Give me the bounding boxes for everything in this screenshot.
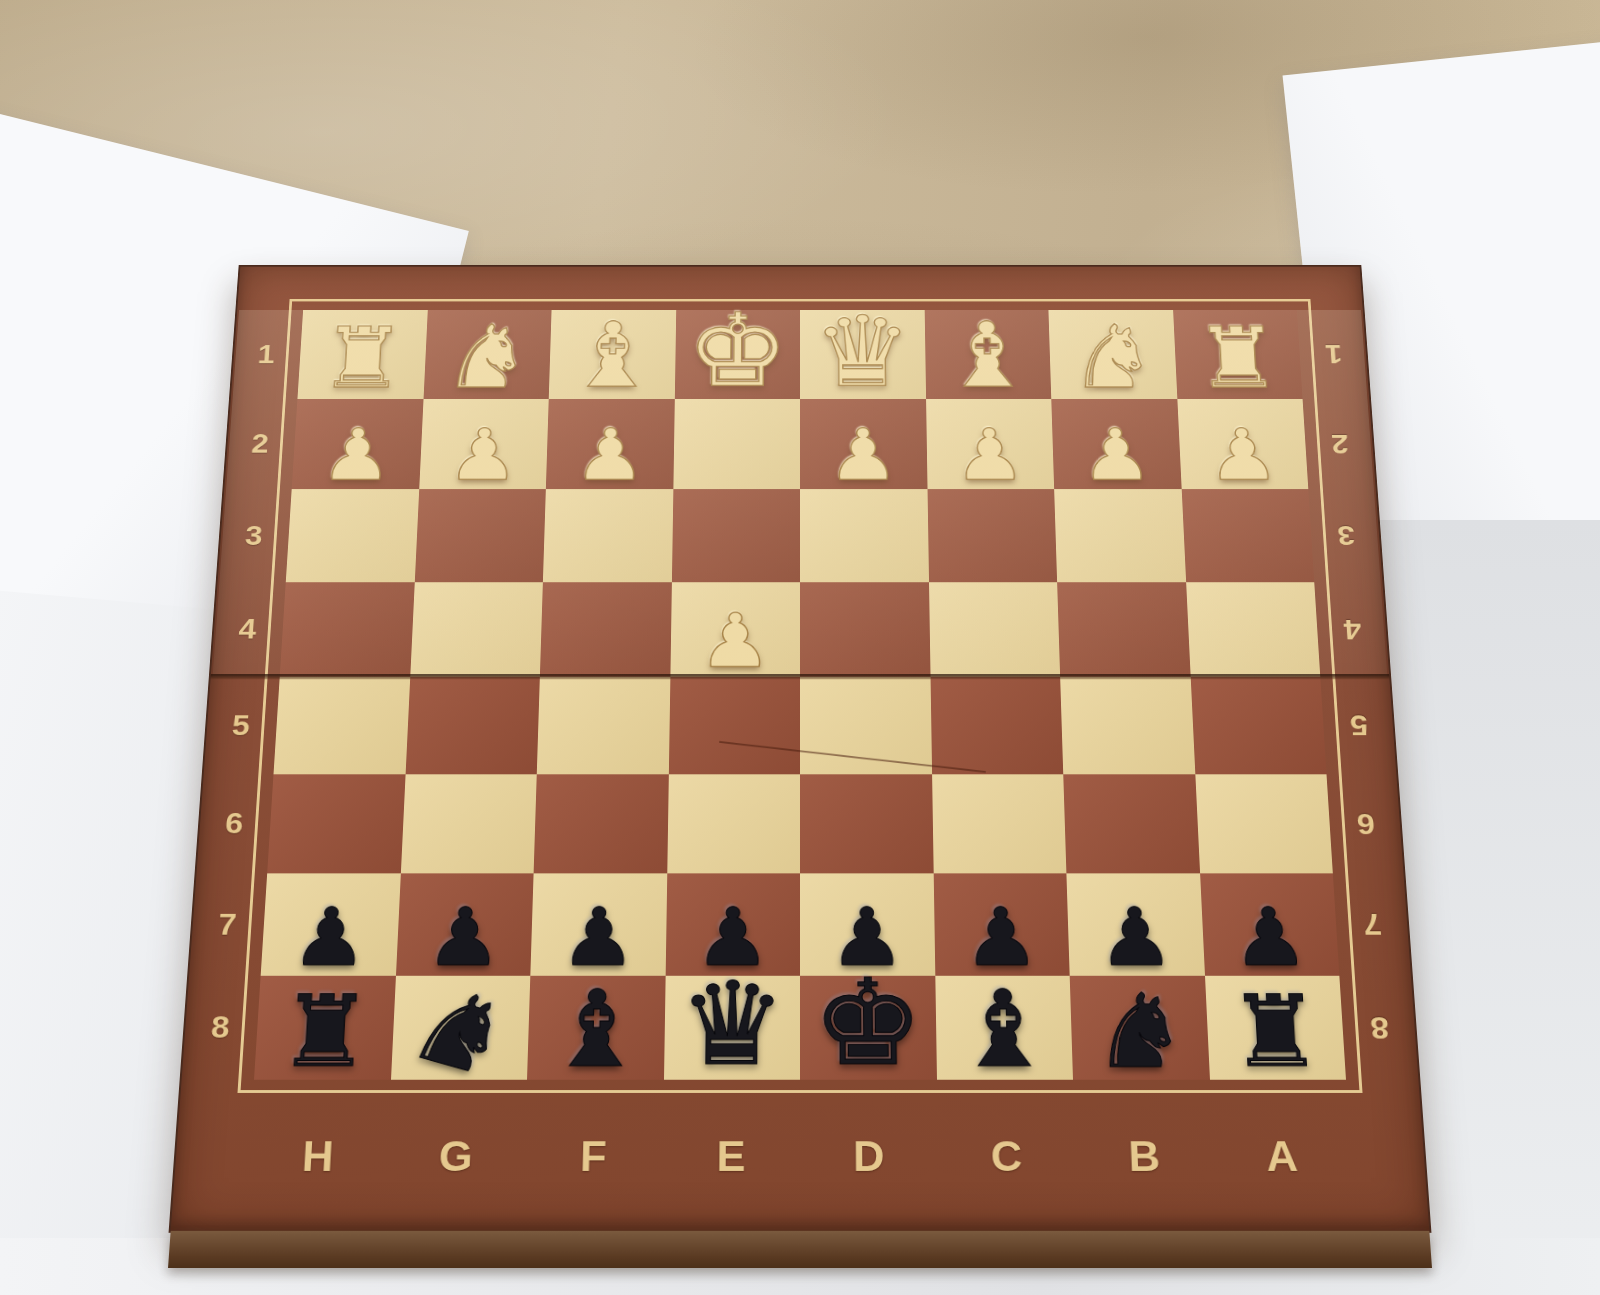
piece-wP-d2[interactable]: ♟ xyxy=(827,422,899,490)
square-f3[interactable] xyxy=(543,489,673,582)
square-d2[interactable]: ♟ xyxy=(800,399,927,490)
piece-bQ-e8[interactable]: ♛ xyxy=(677,970,786,1079)
piece-bP-f7[interactable]: ♟ xyxy=(560,899,638,975)
square-c3[interactable] xyxy=(927,489,1057,582)
piece-wB-c1[interactable]: ♝ xyxy=(941,313,1035,398)
square-b5[interactable] xyxy=(1060,677,1195,774)
file-label-a: A xyxy=(1210,1085,1356,1229)
rank-label-left-6: 6 xyxy=(204,774,264,873)
file-label-c: C xyxy=(937,1085,1078,1229)
piece-wN-g1[interactable]: ♞ xyxy=(442,316,534,398)
rank-label-left-3: 3 xyxy=(225,489,283,582)
piece-wN-b1[interactable]: ♞ xyxy=(1067,316,1159,398)
square-h4[interactable] xyxy=(280,582,415,677)
square-b2[interactable]: ♟ xyxy=(1051,399,1181,490)
rank-label-right-5: 5 xyxy=(1330,677,1389,774)
square-f2[interactable]: ♟ xyxy=(546,399,675,490)
square-e5[interactable] xyxy=(668,677,800,774)
piece-wR-h1[interactable]: ♜ xyxy=(317,319,407,398)
piece-bR-a8[interactable]: ♜ xyxy=(1227,986,1325,1080)
square-a8[interactable]: ♜ xyxy=(1204,975,1345,1079)
square-a3[interactable] xyxy=(1181,489,1314,582)
rank-label-right-7: 7 xyxy=(1342,873,1403,975)
square-g3[interactable] xyxy=(414,489,546,582)
piece-wQ-d1[interactable]: ♛ xyxy=(813,306,913,399)
rank-label-left-8: 8 xyxy=(189,975,251,1079)
rank-label-right-3: 3 xyxy=(1317,489,1375,582)
piece-bP-h7[interactable]: ♟ xyxy=(290,899,370,975)
square-g7[interactable]: ♟ xyxy=(396,873,534,975)
rank-label-right-8: 8 xyxy=(1349,975,1411,1079)
rank-label-right-6: 6 xyxy=(1336,774,1396,873)
piece-bP-b7[interactable]: ♟ xyxy=(1096,899,1175,975)
square-b6[interactable] xyxy=(1063,774,1199,873)
square-d1[interactable]: ♛ xyxy=(800,310,926,399)
square-c7[interactable]: ♟ xyxy=(933,873,1069,975)
piece-bP-a7[interactable]: ♟ xyxy=(1230,899,1310,975)
square-g5[interactable] xyxy=(405,677,540,774)
square-g6[interactable] xyxy=(400,774,536,873)
square-h6[interactable] xyxy=(267,774,405,873)
square-d8[interactable]: ♚ xyxy=(800,975,936,1079)
file-label-h: H xyxy=(244,1085,390,1229)
square-f6[interactable] xyxy=(534,774,669,873)
file-label-d: D xyxy=(800,1085,939,1229)
square-d3[interactable] xyxy=(800,489,929,582)
square-h2[interactable]: ♟ xyxy=(292,399,423,490)
piece-bR-h8[interactable]: ♜ xyxy=(276,986,374,1080)
square-f7[interactable]: ♟ xyxy=(530,873,666,975)
chessboard: ♜♞♝♚♛♝♞♜♟♟♟♟♟♟♟♟♟♟♟♟♟♟♟♟♜♞♝♛♚♝♞♜ 1234567… xyxy=(168,267,1432,1268)
square-c2[interactable]: ♟ xyxy=(926,399,1055,490)
square-e4[interactable]: ♟ xyxy=(670,582,800,677)
board-side-edge xyxy=(168,1231,1432,1268)
piece-wP-c2[interactable]: ♟ xyxy=(953,422,1026,490)
square-d4[interactable] xyxy=(800,582,930,677)
piece-bN-g8[interactable]: ♞ xyxy=(399,972,522,1091)
piece-wP-g2[interactable]: ♟ xyxy=(446,422,520,490)
piece-bN-b8[interactable]: ♞ xyxy=(1090,983,1190,1080)
piece-wP-a2[interactable]: ♟ xyxy=(1205,422,1280,490)
square-f4[interactable] xyxy=(540,582,672,677)
square-b7[interactable]: ♟ xyxy=(1066,873,1204,975)
square-d6[interactable] xyxy=(800,774,933,873)
square-g4[interactable] xyxy=(410,582,543,677)
square-h8[interactable]: ♜ xyxy=(254,975,395,1079)
rank-label-left-1: 1 xyxy=(238,310,294,399)
square-a7[interactable]: ♟ xyxy=(1200,873,1340,975)
file-label-f: F xyxy=(522,1085,663,1229)
square-b1[interactable]: ♞ xyxy=(1048,310,1176,399)
rank-label-left-4: 4 xyxy=(218,582,276,677)
square-b4[interactable] xyxy=(1057,582,1190,677)
piece-wP-e4[interactable]: ♟ xyxy=(698,606,772,677)
scene: ♜♞♝♚♛♝♞♜♟♟♟♟♟♟♟♟♟♟♟♟♟♟♟♟♜♞♝♛♚♝♞♜ 1234567… xyxy=(0,0,1600,1295)
square-a4[interactable] xyxy=(1186,582,1321,677)
rank-label-right-4: 4 xyxy=(1323,582,1381,677)
piece-wB-f1[interactable]: ♝ xyxy=(566,313,660,398)
square-e6[interactable] xyxy=(667,774,800,873)
piece-wK-e1[interactable]: ♚ xyxy=(686,303,789,399)
square-c5[interactable] xyxy=(930,677,1063,774)
rank-label-right-1: 1 xyxy=(1306,310,1362,399)
square-f5[interactable] xyxy=(537,677,670,774)
file-label-b: B xyxy=(1073,1085,1216,1229)
piece-bB-c8[interactable]: ♝ xyxy=(953,979,1055,1080)
square-c8[interactable]: ♝ xyxy=(935,975,1073,1079)
piece-wP-f2[interactable]: ♟ xyxy=(573,422,646,490)
square-f8[interactable]: ♝ xyxy=(527,975,665,1079)
square-c4[interactable] xyxy=(929,582,1061,677)
rank-label-left-2: 2 xyxy=(232,399,289,490)
square-c6[interactable] xyxy=(932,774,1067,873)
square-g2[interactable]: ♟ xyxy=(419,399,549,490)
square-a5[interactable] xyxy=(1190,677,1326,774)
piece-wR-a1[interactable]: ♜ xyxy=(1193,319,1283,398)
piece-wP-h2[interactable]: ♟ xyxy=(319,422,394,490)
square-e2[interactable] xyxy=(673,399,800,490)
square-f1[interactable]: ♝ xyxy=(549,310,676,399)
square-a6[interactable] xyxy=(1195,774,1333,873)
file-label-g: G xyxy=(383,1085,526,1229)
file-labels: HGFEDCBA xyxy=(244,1085,1355,1229)
board-top-face: ♜♞♝♚♛♝♞♜♟♟♟♟♟♟♟♟♟♟♟♟♟♟♟♟♜♞♝♛♚♝♞♜ 1234567… xyxy=(171,267,1430,1231)
square-e1[interactable]: ♚ xyxy=(674,310,800,399)
square-b8[interactable]: ♞ xyxy=(1070,975,1210,1079)
rank-label-left-7: 7 xyxy=(197,873,258,975)
square-e3[interactable] xyxy=(671,489,800,582)
square-g1[interactable]: ♞ xyxy=(423,310,551,399)
square-e8[interactable]: ♛ xyxy=(664,975,800,1079)
file-label-e: E xyxy=(661,1085,800,1229)
square-a1[interactable]: ♜ xyxy=(1173,310,1303,399)
fold-hinge-seam xyxy=(211,674,1390,679)
square-a2[interactable]: ♟ xyxy=(1177,399,1308,490)
square-b3[interactable] xyxy=(1054,489,1186,582)
rank-label-left-5: 5 xyxy=(211,677,270,774)
piece-wP-b2[interactable]: ♟ xyxy=(1079,422,1153,490)
square-c1[interactable]: ♝ xyxy=(924,310,1051,399)
square-h7[interactable]: ♟ xyxy=(261,873,401,975)
square-g8[interactable]: ♞ xyxy=(391,975,531,1079)
piece-bP-c7[interactable]: ♟ xyxy=(963,899,1041,975)
board-grid: ♜♞♝♚♛♝♞♜♟♟♟♟♟♟♟♟♟♟♟♟♟♟♟♟♜♞♝♛♚♝♞♜ xyxy=(254,310,1346,1080)
rank-label-right-2: 2 xyxy=(1312,399,1369,490)
square-h5[interactable] xyxy=(274,677,410,774)
square-h1[interactable]: ♜ xyxy=(297,310,427,399)
piece-bB-f8[interactable]: ♝ xyxy=(545,979,647,1080)
piece-bK-d8[interactable]: ♚ xyxy=(812,967,924,1080)
square-h3[interactable] xyxy=(286,489,419,582)
